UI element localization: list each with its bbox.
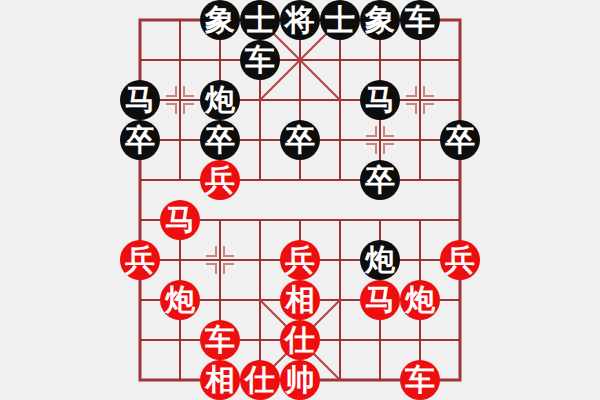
piece-black-king[interactable]: 将 xyxy=(280,0,320,40)
piece-red-advisor[interactable]: 仕 xyxy=(240,360,280,400)
piece-red-horse[interactable]: 马 xyxy=(360,280,400,320)
piece-red-advisor[interactable]: 仕 xyxy=(280,320,320,360)
piece-red-chariot[interactable]: 车 xyxy=(400,360,440,400)
piece-red-soldier[interactable]: 兵 xyxy=(200,160,240,200)
piece-black-elephant[interactable]: 象 xyxy=(200,0,240,40)
piece-red-elephant[interactable]: 相 xyxy=(280,280,320,320)
xiangqi-board: 象士将士象车车马炮马卒卒卒卒卒炮兵马兵兵兵炮相马炮车仕相仕帅车 xyxy=(0,0,600,400)
piece-red-cannon[interactable]: 炮 xyxy=(400,280,440,320)
piece-black-soldier[interactable]: 卒 xyxy=(440,120,480,160)
piece-red-soldier[interactable]: 兵 xyxy=(440,240,480,280)
piece-red-horse[interactable]: 马 xyxy=(160,200,200,240)
piece-black-horse[interactable]: 马 xyxy=(120,80,160,120)
piece-black-soldier[interactable]: 卒 xyxy=(200,120,240,160)
piece-red-soldier[interactable]: 兵 xyxy=(280,240,320,280)
piece-red-king[interactable]: 帅 xyxy=(280,360,320,400)
piece-black-cannon[interactable]: 炮 xyxy=(200,80,240,120)
piece-black-advisor[interactable]: 士 xyxy=(320,0,360,40)
piece-black-soldier[interactable]: 卒 xyxy=(120,120,160,160)
piece-black-elephant[interactable]: 象 xyxy=(360,0,400,40)
piece-black-cannon[interactable]: 炮 xyxy=(360,240,400,280)
piece-black-chariot[interactable]: 车 xyxy=(400,0,440,40)
piece-red-cannon[interactable]: 炮 xyxy=(160,280,200,320)
piece-red-elephant[interactable]: 相 xyxy=(200,360,240,400)
piece-black-advisor[interactable]: 士 xyxy=(240,0,280,40)
piece-red-soldier[interactable]: 兵 xyxy=(120,240,160,280)
piece-black-soldier[interactable]: 卒 xyxy=(280,120,320,160)
piece-black-soldier[interactable]: 卒 xyxy=(360,160,400,200)
piece-black-horse[interactable]: 马 xyxy=(360,80,400,120)
piece-black-chariot[interactable]: 车 xyxy=(240,40,280,80)
piece-red-chariot[interactable]: 车 xyxy=(200,320,240,360)
